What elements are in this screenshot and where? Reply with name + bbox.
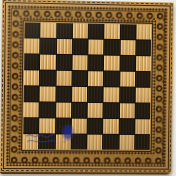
square-c4[interactable]	[56, 87, 71, 102]
square-c5[interactable]	[56, 71, 71, 86]
square-d3[interactable]	[72, 103, 87, 118]
square-e5[interactable]	[88, 71, 103, 86]
square-a3[interactable]	[24, 102, 39, 117]
square-c6[interactable]	[56, 55, 71, 70]
square-e4[interactable]	[88, 87, 103, 102]
square-b3[interactable]	[40, 102, 55, 117]
square-d1[interactable]	[71, 135, 86, 150]
square-d7[interactable]	[72, 39, 87, 54]
square-a5[interactable]	[24, 70, 39, 85]
square-b6[interactable]	[40, 55, 55, 70]
square-f4[interactable]	[104, 87, 119, 102]
square-e8[interactable]	[89, 24, 104, 39]
square-f7[interactable]	[104, 40, 119, 55]
chessboard	[0, 0, 174, 175]
square-d4[interactable]	[72, 87, 87, 102]
square-a1[interactable]	[23, 134, 38, 149]
square-c8[interactable]	[57, 23, 72, 38]
square-b8[interactable]	[41, 23, 56, 38]
square-a7[interactable]	[24, 38, 39, 53]
square-d2[interactable]	[72, 119, 87, 134]
square-b2[interactable]	[39, 118, 54, 133]
bead-border-inner	[18, 17, 156, 154]
square-g7[interactable]	[120, 40, 135, 55]
chessboard-grid	[23, 22, 151, 149]
square-b4[interactable]	[40, 86, 55, 101]
square-f6[interactable]	[104, 56, 119, 71]
square-g5[interactable]	[120, 72, 135, 87]
square-h8[interactable]	[136, 25, 151, 40]
square-g2[interactable]	[119, 119, 134, 134]
square-h7[interactable]	[136, 40, 151, 55]
square-f3[interactable]	[104, 103, 119, 118]
square-e6[interactable]	[88, 55, 103, 70]
square-g3[interactable]	[119, 103, 134, 118]
outer-frame-line	[3, 2, 171, 170]
square-f2[interactable]	[103, 119, 118, 134]
carved-scroll-band	[9, 8, 165, 164]
square-h3[interactable]	[135, 103, 150, 118]
square-b7[interactable]	[40, 39, 55, 54]
square-f8[interactable]	[105, 24, 120, 39]
square-b1[interactable]	[39, 134, 54, 149]
square-d6[interactable]	[72, 55, 87, 70]
square-e1[interactable]	[87, 135, 102, 150]
square-a2[interactable]	[23, 118, 38, 133]
square-h6[interactable]	[136, 56, 151, 71]
square-h4[interactable]	[135, 88, 150, 103]
square-c3[interactable]	[56, 103, 71, 118]
square-a4[interactable]	[24, 86, 39, 101]
square-d5[interactable]	[72, 71, 87, 86]
outer-wood-band	[0, 0, 174, 173]
square-g1[interactable]	[119, 135, 134, 150]
square-e3[interactable]	[88, 103, 103, 118]
square-b5[interactable]	[40, 71, 55, 86]
square-g8[interactable]	[120, 24, 135, 39]
square-d8[interactable]	[73, 23, 88, 38]
square-h1[interactable]	[135, 135, 150, 150]
square-e2[interactable]	[87, 119, 102, 134]
square-g6[interactable]	[120, 56, 135, 71]
square-a6[interactable]	[24, 54, 39, 69]
square-e7[interactable]	[88, 40, 103, 55]
inner-frame-line	[21, 20, 153, 151]
square-g4[interactable]	[120, 87, 135, 102]
square-c7[interactable]	[56, 39, 71, 54]
photo-scene	[0, 0, 176, 176]
square-f5[interactable]	[104, 71, 119, 86]
square-c2[interactable]	[56, 118, 71, 133]
square-f1[interactable]	[103, 135, 118, 150]
square-c1[interactable]	[55, 134, 70, 149]
square-h5[interactable]	[136, 72, 151, 87]
square-a8[interactable]	[25, 22, 40, 37]
bead-border-outer	[6, 5, 168, 167]
square-h2[interactable]	[135, 119, 150, 134]
